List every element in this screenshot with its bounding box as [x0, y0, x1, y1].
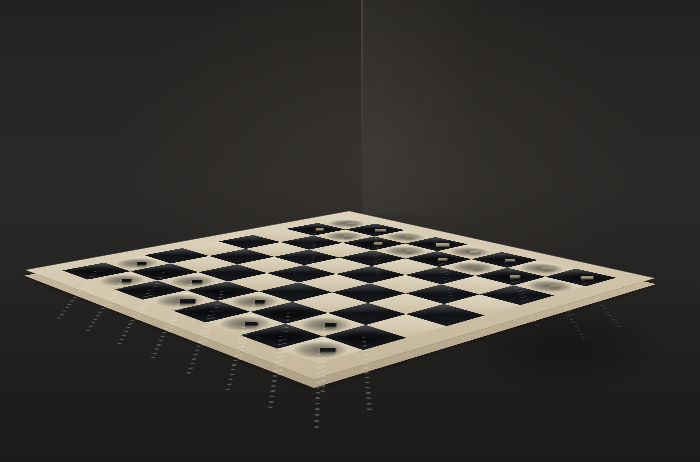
chess-board: ♜♞♝♚♛♝♞♜♟♟♟♟♟♟♟♟♟♟♟♟♟♟♟♟♜♞♝♚♛♝♞♜ [25, 211, 655, 380]
square-a5 [406, 304, 485, 326]
square-a4 [444, 294, 520, 315]
square-a3 [480, 285, 554, 305]
square-b4 [406, 284, 480, 304]
square-b3 [441, 276, 513, 295]
scene-3d: ♜♞♝♚♛♝♞♜♟♟♟♟♟♟♟♟♟♟♟♟♟♟♟♟♜♞♝♚♛♝♞♜ [0, 0, 700, 462]
product-photo-stage: ♜♞♝♚♛♝♞♜♟♟♟♟♟♟♟♟♟♟♟♟♟♟♟♟♜♞♝♚♛♝♞♜ [0, 0, 700, 462]
